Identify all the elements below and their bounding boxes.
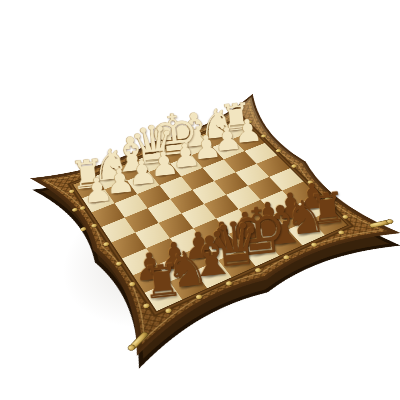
product-photo: ♜♞♝♛♚♝♞♜♟♟♟♟♟♟♟♟♟♟♟♟♟♟♟♟♜♞♝♛♚♝♞♜	[0, 0, 400, 400]
scene-tilt: ♜♞♝♛♚♝♞♜♟♟♟♟♟♟♟♟♟♟♟♟♟♟♟♟♜♞♝♛♚♝♞♜	[0, 0, 400, 400]
chess-case: ♜♞♝♛♚♝♞♜♟♟♟♟♟♟♟♟♟♟♟♟♟♟♟♟♜♞♝♛♚♝♞♜	[23, 90, 400, 364]
